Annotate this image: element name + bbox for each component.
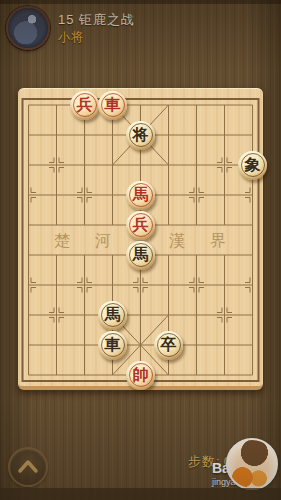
collapse-button[interactable] — [8, 447, 48, 487]
piece-black-卒[interactable]: 卒 — [154, 331, 183, 360]
piece-black-車[interactable]: 車 — [98, 331, 127, 360]
xiangqi-board[interactable]: 楚 河 漢 界 兵車将象馬兵馬馬車卒帥 — [18, 88, 263, 390]
piece-red-馬[interactable]: 馬 — [126, 181, 155, 210]
piece-black-馬[interactable]: 馬 — [98, 301, 127, 330]
player-avatar[interactable] — [6, 6, 50, 50]
piece-red-帥[interactable]: 帥 — [126, 361, 155, 390]
top-shade — [0, 0, 281, 4]
xiangqi-app-screen: 15 钜鹿之战 小将 楚 河 漢 界 兵車将象馬兵馬馬車卒帥 步数:0 Baid… — [0, 0, 281, 500]
piece-black-将[interactable]: 将 — [126, 121, 155, 150]
bottom-shade — [0, 488, 281, 500]
piece-red-車[interactable]: 車 — [98, 91, 127, 120]
level-title: 15 钜鹿之战 — [58, 11, 135, 29]
piece-red-兵[interactable]: 兵 — [126, 211, 155, 240]
piece-red-兵[interactable]: 兵 — [70, 91, 99, 120]
chevron-up-icon — [10, 449, 46, 485]
rank-label: 小将 — [58, 29, 84, 46]
watermark-avatar — [226, 438, 278, 490]
piece-black-象[interactable]: 象 — [238, 151, 267, 180]
river-label-left: 楚 河 — [54, 231, 121, 252]
river-label-right: 漢 界 — [169, 231, 236, 252]
piece-black-馬[interactable]: 馬 — [126, 241, 155, 270]
